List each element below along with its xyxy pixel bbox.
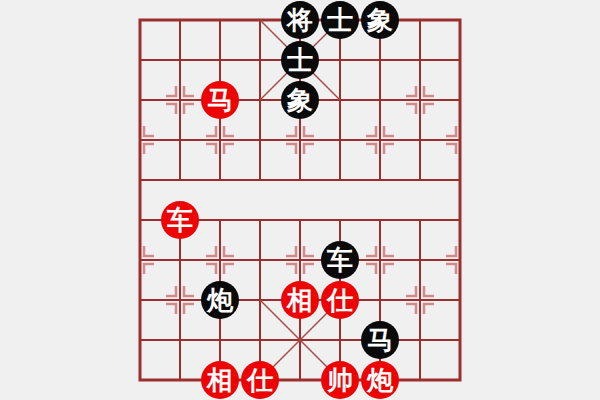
piece-red-advisor[interactable]: 仕 xyxy=(241,361,279,399)
piece-red-general[interactable]: 帅 xyxy=(321,361,359,399)
piece-black-cannon[interactable]: 炮 xyxy=(201,281,239,319)
piece-black-chariot[interactable]: 车 xyxy=(321,241,359,279)
piece-black-elephant[interactable]: 象 xyxy=(361,1,399,39)
piece-black-horse[interactable]: 马 xyxy=(361,321,399,359)
piece-red-cannon[interactable]: 炮 xyxy=(361,361,399,399)
piece-red-elephant[interactable]: 相 xyxy=(281,281,319,319)
pieces-layer: 将士象士象马车车炮相仕马相仕帅炮 xyxy=(120,0,480,400)
xiangqi-board-diagram: 将士象士象马车车炮相仕马相仕帅炮 xyxy=(0,0,600,400)
piece-black-general[interactable]: 将 xyxy=(281,1,319,39)
piece-red-horse[interactable]: 马 xyxy=(201,81,239,119)
piece-black-advisor[interactable]: 士 xyxy=(281,41,319,79)
piece-red-advisor[interactable]: 仕 xyxy=(321,281,359,319)
piece-black-advisor[interactable]: 士 xyxy=(321,1,359,39)
piece-red-elephant[interactable]: 相 xyxy=(201,361,239,399)
piece-red-chariot[interactable]: 车 xyxy=(161,201,199,239)
piece-black-elephant[interactable]: 象 xyxy=(281,81,319,119)
